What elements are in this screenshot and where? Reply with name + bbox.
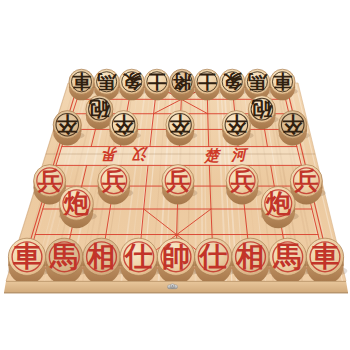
river-text-left: 汉界: [88, 145, 149, 163]
svg-text:車: 車: [13, 240, 41, 273]
board-front-edge: [4, 281, 348, 293]
svg-text:馬: 馬: [48, 240, 78, 273]
svg-text:卒: 卒: [113, 112, 135, 137]
svg-text:馬: 馬: [248, 71, 268, 92]
svg-text:士: 士: [147, 71, 167, 92]
svg-text:炮: 炮: [63, 189, 90, 218]
svg-text:炮: 炮: [265, 189, 292, 218]
svg-text:象: 象: [223, 71, 243, 92]
svg-text:兵: 兵: [229, 167, 254, 195]
svg-text:兵: 兵: [293, 167, 318, 195]
river-text-right: 楚河: [203, 145, 259, 165]
svg-text:仕: 仕: [123, 240, 153, 273]
svg-text:卒: 卒: [57, 112, 79, 137]
svg-text:士: 士: [198, 71, 218, 92]
svg-text:帥: 帥: [162, 240, 190, 273]
svg-text:砲: 砲: [251, 97, 273, 121]
svg-text:仕: 仕: [197, 240, 227, 273]
svg-text:相: 相: [87, 240, 116, 273]
svg-text:卒: 卒: [169, 112, 191, 137]
svg-text:將: 將: [172, 71, 192, 92]
svg-text:馬: 馬: [97, 71, 117, 92]
svg-text:卒: 卒: [226, 112, 248, 137]
svg-text:車: 車: [311, 240, 339, 273]
svg-text:砲: 砲: [89, 97, 111, 121]
product-photo: 汉界 楚河 車馬象士將士象馬車砲砲卒卒卒卒卒兵兵兵兵兵炮炮車馬相仕帥仕相馬車: [0, 0, 350, 350]
svg-text:兵: 兵: [165, 167, 190, 195]
svg-text:車: 車: [273, 71, 292, 92]
svg-text:象: 象: [122, 71, 142, 92]
svg-text:兵: 兵: [37, 167, 62, 195]
svg-text:兵: 兵: [101, 167, 126, 195]
svg-text:車: 車: [72, 71, 91, 92]
svg-text:相: 相: [236, 240, 265, 273]
svg-text:卒: 卒: [282, 112, 304, 137]
svg-text:馬: 馬: [272, 240, 302, 273]
xiangqi-board: 汉界 楚河 車馬象士將士象馬車砲砲卒卒卒卒卒兵兵兵兵兵炮炮車馬相仕帥仕相馬車: [0, 0, 350, 350]
